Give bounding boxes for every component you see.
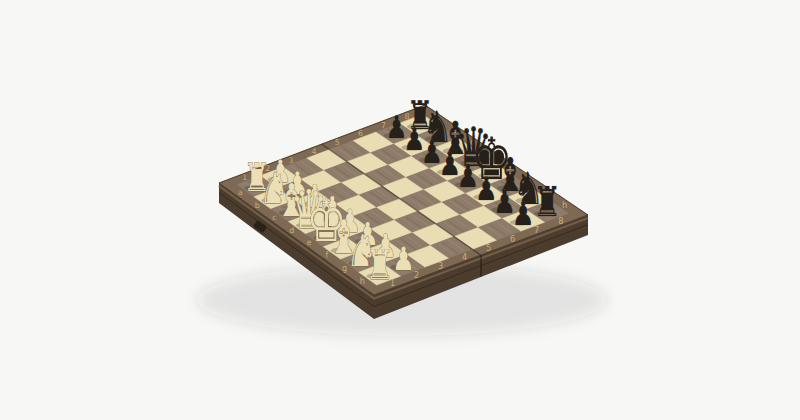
coord-rank-5-afile-side: 5 xyxy=(335,138,340,147)
piece-white-rook-h1: ♜ xyxy=(365,241,393,289)
svg-text:♜: ♜ xyxy=(533,178,562,226)
chess-set-photo: aabbccddeeffgghh8877665544332211♜♟♞♟♝♟♛♟… xyxy=(0,0,800,420)
coord-file-a-white-side: a xyxy=(238,188,243,197)
svg-text:♜: ♜ xyxy=(365,241,393,289)
product-photo: aabbccddeeffgghh8877665544332211♜♟♞♟♝♟♛♟… xyxy=(0,0,800,420)
coord-file-h-black-side: h xyxy=(562,200,567,210)
coord-file-b-white-side: b xyxy=(255,201,260,210)
coord-rank-6-afile-side: 6 xyxy=(358,129,363,138)
coord-rank-4-afile-side: 4 xyxy=(312,147,317,156)
piece-black-rook-h8: ♜ xyxy=(533,178,562,226)
piece-white-pawn-h2: ♟ xyxy=(390,240,414,278)
svg-text:♟: ♟ xyxy=(392,240,415,278)
svg-text:♟: ♟ xyxy=(512,195,535,233)
coord-file-h-white-side: h xyxy=(360,276,365,286)
piece-black-pawn-h7: ♟ xyxy=(510,195,535,233)
coord-file-g-white-side: g xyxy=(342,264,347,273)
